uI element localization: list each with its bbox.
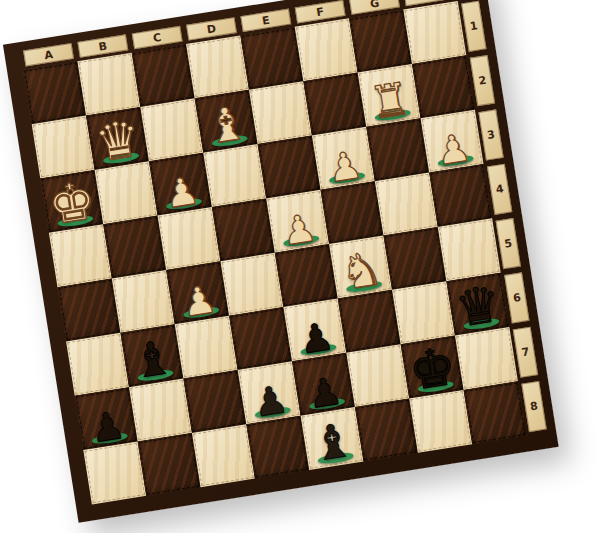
chess-photo-stage: ABCDEFGH12345678♛♝♜♚♟♟♟♟♟♞♝♟♛♟♟♟♚♝: [0, 0, 600, 533]
square-c3[interactable]: ♟: [149, 153, 212, 216]
square-b2[interactable]: ♛: [86, 107, 149, 170]
white-pawn-glyph: ♟: [179, 281, 218, 322]
white-knight-glyph: ♞: [338, 247, 386, 297]
square-a3[interactable]: ♚: [40, 170, 103, 233]
piece-white-pawn-f3[interactable]: ♟: [312, 127, 375, 190]
square-g4[interactable]: [375, 173, 438, 236]
black-bishop-glyph: ♝: [129, 336, 177, 386]
square-c2[interactable]: [140, 98, 203, 161]
square-h5[interactable]: [438, 218, 501, 281]
square-b8[interactable]: [138, 433, 201, 496]
square-e1[interactable]: [240, 27, 303, 90]
black-queen-glyph: ♛: [452, 280, 504, 334]
piece-white-rook-g2[interactable]: ♜: [358, 64, 421, 127]
square-h6[interactable]: ♛: [446, 273, 509, 336]
frame-label-rank-2: 2: [470, 55, 495, 106]
piece-white-queen-b2[interactable]: ♛: [86, 107, 149, 170]
square-f8[interactable]: [355, 398, 418, 461]
piece-white-pawn-c5[interactable]: ♟: [166, 261, 229, 324]
square-c7[interactable]: [183, 370, 246, 433]
square-h3[interactable]: ♟: [421, 110, 484, 173]
square-d5[interactable]: [220, 253, 283, 316]
square-c1[interactable]: [132, 44, 195, 107]
square-b4[interactable]: [103, 216, 166, 279]
square-e2[interactable]: [249, 81, 312, 144]
frame-label-rank-1: 1: [461, 1, 486, 52]
square-d6[interactable]: [229, 307, 292, 370]
frame-label-rank-7: 7: [513, 327, 538, 378]
square-e4[interactable]: ♟: [266, 190, 329, 253]
white-pawn-glyph: ♟: [279, 209, 318, 250]
board: ABCDEFGH12345678♛♝♜♚♟♟♟♟♟♞♝♟♛♟♟♟♚♝: [3, 0, 559, 523]
square-f2[interactable]: [303, 73, 366, 136]
frame-label-rank-3: 3: [478, 109, 503, 160]
square-a1[interactable]: [23, 61, 86, 124]
square-e6[interactable]: ♟: [283, 298, 346, 361]
black-pawn-glyph: ♟: [88, 407, 127, 448]
white-queen-glyph: ♛: [92, 114, 144, 168]
square-f1[interactable]: [295, 18, 358, 81]
piece-white-knight-f5[interactable]: ♞: [329, 236, 392, 299]
square-f5[interactable]: ♞: [329, 236, 392, 299]
frame-label-rank-5: 5: [496, 218, 521, 269]
white-pawn-glyph: ♟: [434, 129, 473, 170]
square-a7[interactable]: ♟: [75, 387, 138, 450]
square-h1[interactable]: [403, 1, 466, 64]
square-h2[interactable]: [412, 55, 475, 118]
frame-label-rank-6: 6: [504, 272, 529, 323]
square-g1[interactable]: [349, 10, 412, 73]
square-h8[interactable]: [464, 381, 527, 444]
square-a5[interactable]: [58, 279, 121, 342]
piece-white-bishop-d2[interactable]: ♝: [195, 90, 258, 153]
white-pawn-glyph: ♟: [325, 146, 364, 187]
square-g2[interactable]: ♜: [358, 64, 421, 127]
piece-black-pawn-e6[interactable]: ♟: [283, 298, 346, 361]
square-g7[interactable]: ♚: [401, 336, 464, 399]
piece-black-bishop-e8[interactable]: ♝: [301, 407, 364, 470]
square-d2[interactable]: ♝: [195, 90, 258, 153]
piece-black-pawn-d7[interactable]: ♟: [238, 361, 301, 424]
piece-black-pawn-a7[interactable]: ♟: [75, 387, 138, 450]
black-bishop-glyph: ♝: [309, 418, 357, 468]
frame-label-rank-8: 8: [521, 381, 546, 432]
square-e7[interactable]: ♟: [292, 353, 355, 416]
square-b5[interactable]: [112, 270, 175, 333]
piece-black-pawn-e7[interactable]: ♟: [292, 353, 355, 416]
square-a2[interactable]: [32, 116, 95, 179]
piece-white-pawn-c3[interactable]: ♟: [149, 153, 212, 216]
square-a6[interactable]: [66, 333, 129, 396]
black-pawn-glyph: ♟: [305, 372, 344, 413]
square-b1[interactable]: [77, 53, 140, 116]
square-b6[interactable]: ♝: [120, 324, 183, 387]
square-f3[interactable]: ♟: [312, 127, 375, 190]
square-c8[interactable]: [192, 424, 255, 487]
white-pawn-glyph: ♟: [162, 172, 201, 213]
black-king-glyph: ♚: [406, 341, 460, 397]
piece-black-king-g7[interactable]: ♚: [401, 336, 464, 399]
white-bishop-glyph: ♝: [203, 101, 251, 151]
square-d4[interactable]: [212, 198, 275, 261]
white-king-glyph: ♚: [45, 175, 99, 231]
square-d1[interactable]: [186, 35, 249, 98]
square-c5[interactable]: ♟: [166, 261, 229, 324]
piece-black-queen-h6[interactable]: ♛: [446, 273, 509, 336]
square-g5[interactable]: [383, 227, 446, 290]
piece-white-pawn-e4[interactable]: ♟: [266, 190, 329, 253]
black-pawn-glyph: ♟: [251, 381, 290, 422]
piece-white-king-a3[interactable]: ♚: [40, 170, 103, 233]
square-f7[interactable]: [346, 344, 409, 407]
square-g6[interactable]: [392, 281, 455, 344]
frame-label-rank-4: 4: [487, 164, 512, 215]
square-e8[interactable]: ♝: [301, 407, 364, 470]
piece-white-pawn-h3[interactable]: ♟: [421, 110, 484, 173]
white-rook-glyph: ♜: [367, 77, 413, 124]
black-pawn-glyph: ♟: [297, 318, 336, 359]
square-d7[interactable]: ♟: [238, 361, 301, 424]
piece-black-bishop-b6[interactable]: ♝: [120, 324, 183, 387]
square-e3[interactable]: [258, 135, 321, 198]
